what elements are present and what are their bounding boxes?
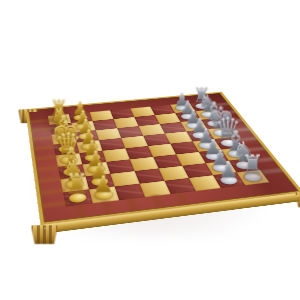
square-e5 [143,134,170,146]
board-foot-near [31,225,58,245]
chess-set-photo: ♜♞♝♚♛♝♞♜♟♟♟♟♟♟♟♟♟♟♟♟♟♟♟♟♜♞♝♚♛♝♞♜ [0,0,300,300]
board-grid: ♜♞♝♚♛♝♞♜♟♟♟♟♟♟♟♟♟♟♟♟♟♟♟♟♜♞♝♚♛♝♞♜ [48,101,269,206]
white-gold-rook: ♜ [57,170,98,198]
black-silver-pawn: ♟ [209,158,249,180]
square-e4 [121,136,148,149]
chess-board: ♜♞♝♚♛♝♞♜♟♟♟♟♟♟♟♟♟♟♟♟♟♟♟♟♜♞♝♚♛♝♞♜ [25,92,300,225]
square-a1: ♜ [63,189,93,206]
board-foot-left [18,109,38,123]
square-a7: ♟ [213,173,245,189]
